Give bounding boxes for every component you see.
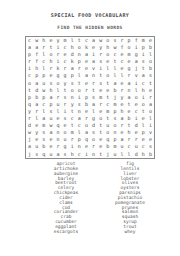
- grid-cell: l: [104, 65, 111, 72]
- grid-cell: f: [133, 37, 140, 44]
- grid-cell: g: [62, 72, 69, 79]
- grid-cell: l: [147, 115, 154, 122]
- grid-cell: d: [133, 122, 140, 129]
- grid-cell: t: [97, 72, 104, 79]
- grid-cell: n: [54, 129, 61, 136]
- grid-cell: h: [47, 58, 54, 65]
- grid-cell: e: [140, 115, 147, 122]
- grid-cell: i: [133, 80, 140, 87]
- grid-cell: h: [40, 37, 47, 44]
- grid-cell: e: [33, 122, 40, 129]
- grid-cell: m: [111, 101, 118, 108]
- grid-cell: t: [147, 80, 154, 87]
- grid-cell: p: [111, 136, 118, 143]
- grid-cell: e: [47, 37, 54, 44]
- grid-cell: r: [118, 37, 125, 44]
- grid-cell: w: [33, 37, 40, 44]
- grid-cell: e: [62, 51, 69, 58]
- grid-cell: b: [126, 115, 133, 122]
- grid-cell: t: [126, 101, 133, 108]
- grid-cell: c: [62, 44, 69, 51]
- grid-cell: l: [40, 51, 47, 58]
- grid-cell: o: [104, 37, 111, 44]
- grid-cell: w: [97, 37, 104, 44]
- grid-cell: t: [47, 44, 54, 51]
- grid-cell: h: [140, 87, 147, 94]
- grid-cell: q: [104, 136, 111, 143]
- grid-cell: h: [47, 87, 54, 94]
- grid-cell: s: [97, 80, 104, 87]
- grid-cell: s: [140, 58, 147, 65]
- grid-cell: e: [83, 65, 90, 72]
- grid-cell: c: [111, 51, 118, 58]
- grid-cell: c: [118, 58, 125, 65]
- grid-cell: e: [147, 37, 154, 44]
- grid-cell: y: [69, 101, 76, 108]
- grid-cell: e: [83, 108, 90, 115]
- grid-cell: g: [62, 143, 69, 150]
- word-search-board: cwheymltcawosrpfmeaartichokeyhwfoipbpflo…: [25, 36, 155, 159]
- grid-cell: r: [147, 94, 154, 101]
- grid-cell: d: [33, 87, 40, 94]
- grid-cell: j: [133, 65, 140, 72]
- grid-cell: r: [133, 136, 140, 143]
- grid-cell: r: [118, 87, 125, 94]
- grid-cell: a: [76, 115, 83, 122]
- grid-cell: e: [118, 80, 125, 87]
- grid-cell: n: [54, 136, 61, 143]
- grid-cell: r: [118, 122, 125, 129]
- grid-cell: g: [126, 65, 133, 72]
- grid-cell: i: [140, 94, 147, 101]
- grid-cell: j: [26, 136, 33, 143]
- grid-cell: e: [118, 65, 125, 72]
- grid-cell: l: [40, 65, 47, 72]
- grid-cell: l: [111, 65, 118, 72]
- grid-cell: e: [140, 136, 147, 143]
- grid-cell: m: [104, 108, 111, 115]
- grid-cell: n: [76, 108, 83, 115]
- grid-cell: e: [126, 108, 133, 115]
- grid-cell: o: [104, 51, 111, 58]
- grid-cell: o: [76, 87, 83, 94]
- grid-cell: a: [118, 115, 125, 122]
- grid-cell: a: [47, 94, 54, 101]
- grid-cell: r: [126, 72, 133, 79]
- grid-cell: n: [111, 129, 118, 136]
- grid-cell: r: [54, 143, 61, 150]
- grid-cell: t: [76, 80, 83, 87]
- grid-cell: r: [69, 136, 76, 143]
- grid-cell: e: [83, 58, 90, 65]
- grid-cell: t: [76, 37, 83, 44]
- grid-cell: p: [33, 72, 40, 79]
- grid-cell: r: [62, 101, 69, 108]
- grid-cell: y: [33, 129, 40, 136]
- grid-cell: q: [54, 122, 61, 129]
- grid-cell: s: [47, 108, 54, 115]
- grid-cell: t: [126, 122, 133, 129]
- grid-cell: h: [140, 151, 147, 158]
- grid-cell: m: [111, 143, 118, 150]
- grid-cell: d: [26, 122, 33, 129]
- grid-cell: t: [104, 80, 111, 87]
- grid-cell: l: [140, 122, 147, 129]
- grid-cell: u: [47, 115, 54, 122]
- grid-cell: e: [147, 136, 154, 143]
- grid-cell: c: [69, 115, 76, 122]
- grid-cell: l: [40, 108, 47, 115]
- grid-cell: a: [40, 115, 47, 122]
- grid-cell: a: [147, 101, 154, 108]
- grid-cell: i: [54, 44, 61, 51]
- grid-cell: o: [147, 108, 154, 115]
- grid-cell: e: [97, 87, 104, 94]
- grid-cell: r: [54, 94, 61, 101]
- grid-cell: i: [147, 122, 154, 129]
- grid-cell: t: [62, 87, 69, 94]
- grid-cell: g: [133, 51, 140, 58]
- grid-cell: p: [26, 51, 33, 58]
- grid-cell: c: [140, 80, 147, 87]
- grid-cell: a: [54, 151, 61, 158]
- grid-cell: j: [26, 151, 33, 158]
- grid-cell: o: [104, 129, 111, 136]
- grid-cell: s: [90, 94, 97, 101]
- grid-cell: t: [140, 108, 147, 115]
- grid-cell: h: [69, 44, 76, 51]
- grid-cell: c: [126, 143, 133, 150]
- grid-cell: o: [62, 129, 69, 136]
- grid-cell: c: [104, 101, 111, 108]
- grid-cell: u: [40, 80, 47, 87]
- grid-cell: s: [40, 136, 47, 143]
- grid-cell: r: [90, 80, 97, 87]
- grid-cell: w: [47, 122, 54, 129]
- grid-cell: d: [90, 122, 97, 129]
- grid-cell: t: [69, 108, 76, 115]
- grid-cell: i: [133, 115, 140, 122]
- grid-cell: e: [47, 136, 54, 143]
- grid-cell: c: [26, 72, 33, 79]
- grid-cell: e: [118, 51, 125, 58]
- grid-cell: t: [97, 151, 104, 158]
- grid-cell: h: [118, 108, 125, 115]
- grid-cell: e: [83, 80, 90, 87]
- grid-cell: l: [126, 151, 133, 158]
- grid-cell: d: [133, 151, 140, 158]
- grid-cell: a: [133, 58, 140, 65]
- grid-cell: a: [126, 80, 133, 87]
- grid-cell: w: [40, 87, 47, 94]
- grid-cell: p: [47, 101, 54, 108]
- grid-cell: b: [147, 65, 154, 72]
- grid-cell: b: [83, 101, 90, 108]
- grid-cell: c: [40, 101, 47, 108]
- grid-cell: l: [133, 87, 140, 94]
- page-title: SPECIAL FOOD VOCABULARY: [0, 12, 180, 18]
- grid-cell: k: [69, 58, 76, 65]
- grid-cell: l: [33, 115, 40, 122]
- grid-cell: u: [104, 122, 111, 129]
- grid-cell: u: [47, 151, 54, 158]
- grid-cell: b: [104, 143, 111, 150]
- grid-cell: e: [47, 143, 54, 150]
- grid-cell: u: [54, 101, 61, 108]
- grid-cell: s: [147, 72, 154, 79]
- grid-cell: p: [140, 44, 147, 51]
- grid-cell: a: [83, 51, 90, 58]
- grid-cell: e: [97, 136, 104, 143]
- grid-cell: r: [62, 65, 69, 72]
- word-list-item: escargots: [20, 230, 112, 235]
- grid-cell: o: [111, 122, 118, 129]
- grid-cell: l: [118, 72, 125, 79]
- grid-cell: f: [118, 44, 125, 51]
- grid-cell: p: [140, 129, 147, 136]
- grid-cell: o: [76, 44, 83, 51]
- grid-cell: i: [69, 143, 76, 150]
- grid-cell: e: [118, 129, 125, 136]
- grid-cell: e: [83, 143, 90, 150]
- grid-cell: g: [90, 115, 97, 122]
- grid-cell: r: [90, 143, 97, 150]
- grid-cell: b: [111, 87, 118, 94]
- grid-cell: o: [90, 136, 97, 143]
- grid-cell: m: [140, 37, 147, 44]
- grid-cell: g: [54, 72, 61, 79]
- grid-cell: t: [104, 115, 111, 122]
- grid-cell: c: [62, 58, 69, 65]
- grid-cell: o: [47, 51, 54, 58]
- grid-cell: m: [126, 51, 133, 58]
- grid-cell: s: [111, 37, 118, 44]
- grid-cell: n: [69, 94, 76, 101]
- grid-cell: e: [62, 122, 69, 129]
- grid-cell: s: [62, 94, 69, 101]
- grid-cell: r: [76, 65, 83, 72]
- grid-cell: l: [54, 108, 61, 115]
- grid-cell: t: [69, 122, 76, 129]
- grid-cell: i: [62, 108, 69, 115]
- grid-cell: l: [54, 87, 61, 94]
- grid-cell: s: [111, 115, 118, 122]
- grid-cell: p: [40, 72, 47, 79]
- grid-cell: m: [62, 37, 69, 44]
- grid-cell: a: [83, 129, 90, 136]
- grid-cell: i: [83, 151, 90, 158]
- grid-cell: r: [97, 101, 104, 108]
- grid-cell: p: [83, 94, 90, 101]
- grid-cell: e: [104, 87, 111, 94]
- grid-cell: s: [97, 58, 104, 65]
- grid-cell: h: [69, 151, 76, 158]
- grid-cell: l: [90, 108, 97, 115]
- grid-cell: c: [76, 151, 83, 158]
- grid-cell: e: [47, 72, 54, 79]
- grid-cell: t: [90, 87, 97, 94]
- grid-cell: e: [147, 87, 154, 94]
- word-list-column-2: figlentilsliverlobsterolivesoystersparsn…: [100, 162, 160, 235]
- grid-cell: p: [76, 58, 83, 65]
- grid-cell: b: [33, 94, 40, 101]
- grid-cell: t: [111, 58, 118, 65]
- grid-cell: h: [104, 44, 111, 51]
- grid-cell: b: [147, 44, 154, 51]
- grid-cell: n: [76, 51, 83, 58]
- grid-cell: i: [54, 58, 61, 65]
- grid-cell: e: [54, 115, 61, 122]
- grid-cell: e: [97, 143, 104, 150]
- grid-cell: i: [133, 44, 140, 51]
- grid-cell: k: [54, 65, 61, 72]
- grid-cell: s: [33, 151, 40, 158]
- grid-cell: a: [90, 101, 97, 108]
- grid-cell: a: [33, 101, 40, 108]
- grid-cell: a: [47, 129, 54, 136]
- grid-cell: l: [69, 37, 76, 44]
- grid-cell: w: [111, 44, 118, 51]
- grid-cell: a: [111, 80, 118, 87]
- grid-cell: s: [90, 129, 97, 136]
- grid-cell: a: [33, 44, 40, 51]
- grid-cell: l: [118, 151, 125, 158]
- grid-cell: c: [26, 37, 33, 44]
- grid-cell: l: [76, 129, 83, 136]
- grid-cell: s: [76, 101, 83, 108]
- letter-grid: cwheymltcawosrpfmeaartichokeyhwfoipbpflo…: [26, 37, 154, 158]
- grid-cell: t: [26, 87, 33, 94]
- grid-cell: q: [40, 151, 47, 158]
- grid-cell: e: [126, 58, 133, 65]
- grid-cell: s: [62, 151, 69, 158]
- grid-cell: r: [83, 115, 90, 122]
- grid-cell: u: [111, 151, 118, 158]
- grid-cell: t: [97, 129, 104, 136]
- grid-cell: s: [47, 80, 54, 87]
- grid-cell: o: [147, 58, 154, 65]
- grid-cell: h: [126, 129, 133, 136]
- grid-cell: o: [104, 72, 111, 79]
- grid-cell: a: [140, 72, 147, 79]
- grid-cell: k: [83, 44, 90, 51]
- grid-cell: t: [104, 94, 111, 101]
- grid-cell: e: [33, 136, 40, 143]
- grid-cell: e: [133, 101, 140, 108]
- grid-cell: r: [83, 87, 90, 94]
- grid-cell: n: [76, 143, 83, 150]
- grid-cell: o: [140, 101, 147, 108]
- grid-cell: u: [118, 143, 125, 150]
- grid-cell: j: [104, 151, 111, 158]
- grid-cell: a: [90, 58, 97, 65]
- grid-cell: y: [62, 80, 69, 87]
- grid-cell: d: [69, 51, 76, 58]
- grid-cell: b: [40, 143, 47, 150]
- grid-cell: p: [126, 37, 133, 44]
- grid-cell: s: [147, 143, 154, 150]
- grid-cell: a: [26, 143, 33, 150]
- grid-cell: e: [133, 129, 140, 136]
- grid-cell: a: [83, 72, 90, 79]
- grid-cell: p: [26, 94, 33, 101]
- grid-cell: l: [76, 72, 83, 79]
- grid-cell: q: [26, 101, 33, 108]
- grid-cell: r: [33, 108, 40, 115]
- grid-cell: f: [33, 58, 40, 65]
- grid-cell: n: [90, 151, 97, 158]
- grid-cell: c: [133, 108, 140, 115]
- grid-cell: i: [26, 65, 33, 72]
- grid-cell: s: [69, 80, 76, 87]
- grid-cell: e: [90, 44, 97, 51]
- word-list-item: whey: [100, 230, 160, 235]
- grid-cell: y: [26, 108, 33, 115]
- grid-cell: v: [147, 129, 154, 136]
- grid-cell: r: [40, 44, 47, 51]
- grid-cell: e: [118, 101, 125, 108]
- grid-cell: o: [83, 122, 90, 129]
- grid-cell: a: [118, 136, 125, 143]
- grid-cell: s: [62, 115, 69, 122]
- grid-cell: e: [104, 58, 111, 65]
- grid-cell: c: [76, 122, 83, 129]
- grid-cell: c: [140, 143, 147, 150]
- grid-cell: c: [83, 37, 90, 44]
- grid-cell: r: [26, 115, 33, 122]
- grid-cell: o: [69, 87, 76, 94]
- grid-cell: m: [40, 122, 47, 129]
- grid-cell: o: [26, 80, 33, 87]
- grid-cell: a: [69, 65, 76, 72]
- grid-cell: a: [90, 37, 97, 44]
- grid-cell: s: [40, 129, 47, 136]
- grid-cell: v: [133, 72, 140, 79]
- grid-cell: i: [97, 65, 104, 72]
- grid-cell: p: [69, 72, 76, 79]
- page-subtitle: FIND THE HIDDEN WORDS: [0, 25, 180, 30]
- grid-cell: n: [126, 87, 133, 94]
- grid-cell: b: [147, 151, 154, 158]
- grid-cell: o: [126, 44, 133, 51]
- grid-cell: l: [147, 51, 154, 58]
- grid-cell: m: [69, 129, 76, 136]
- grid-cell: y: [97, 44, 104, 51]
- grid-cell: v: [90, 65, 97, 72]
- grid-cell: r: [126, 136, 133, 143]
- grid-cell: r: [54, 51, 61, 58]
- grid-cell: o: [133, 94, 140, 101]
- grid-cell: t: [97, 122, 104, 129]
- grid-cell: p: [76, 136, 83, 143]
- grid-cell: u: [133, 143, 140, 150]
- grid-cell: p: [40, 94, 47, 101]
- grid-cell: c: [40, 58, 47, 65]
- grid-cell: o: [97, 115, 104, 122]
- grid-cell: l: [111, 72, 118, 79]
- grid-cell: n: [90, 72, 97, 79]
- grid-cell: m: [97, 94, 104, 101]
- grid-cell: a: [33, 80, 40, 87]
- grid-cell: y: [118, 94, 125, 101]
- grid-cell: p: [111, 108, 118, 115]
- grid-cell: e: [97, 108, 104, 115]
- grid-cell: o: [54, 80, 61, 87]
- grid-cell: i: [90, 51, 97, 58]
- grid-cell: i: [76, 94, 83, 101]
- grid-cell: j: [111, 94, 118, 101]
- grid-cell: a: [126, 94, 133, 101]
